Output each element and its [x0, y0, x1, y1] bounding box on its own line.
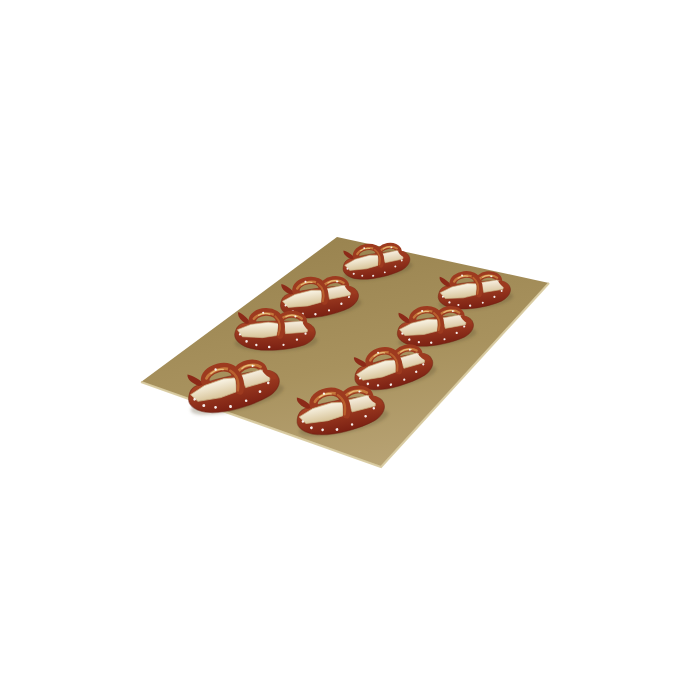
photo-canvas: [0, 0, 700, 700]
product-photo: [0, 0, 700, 700]
